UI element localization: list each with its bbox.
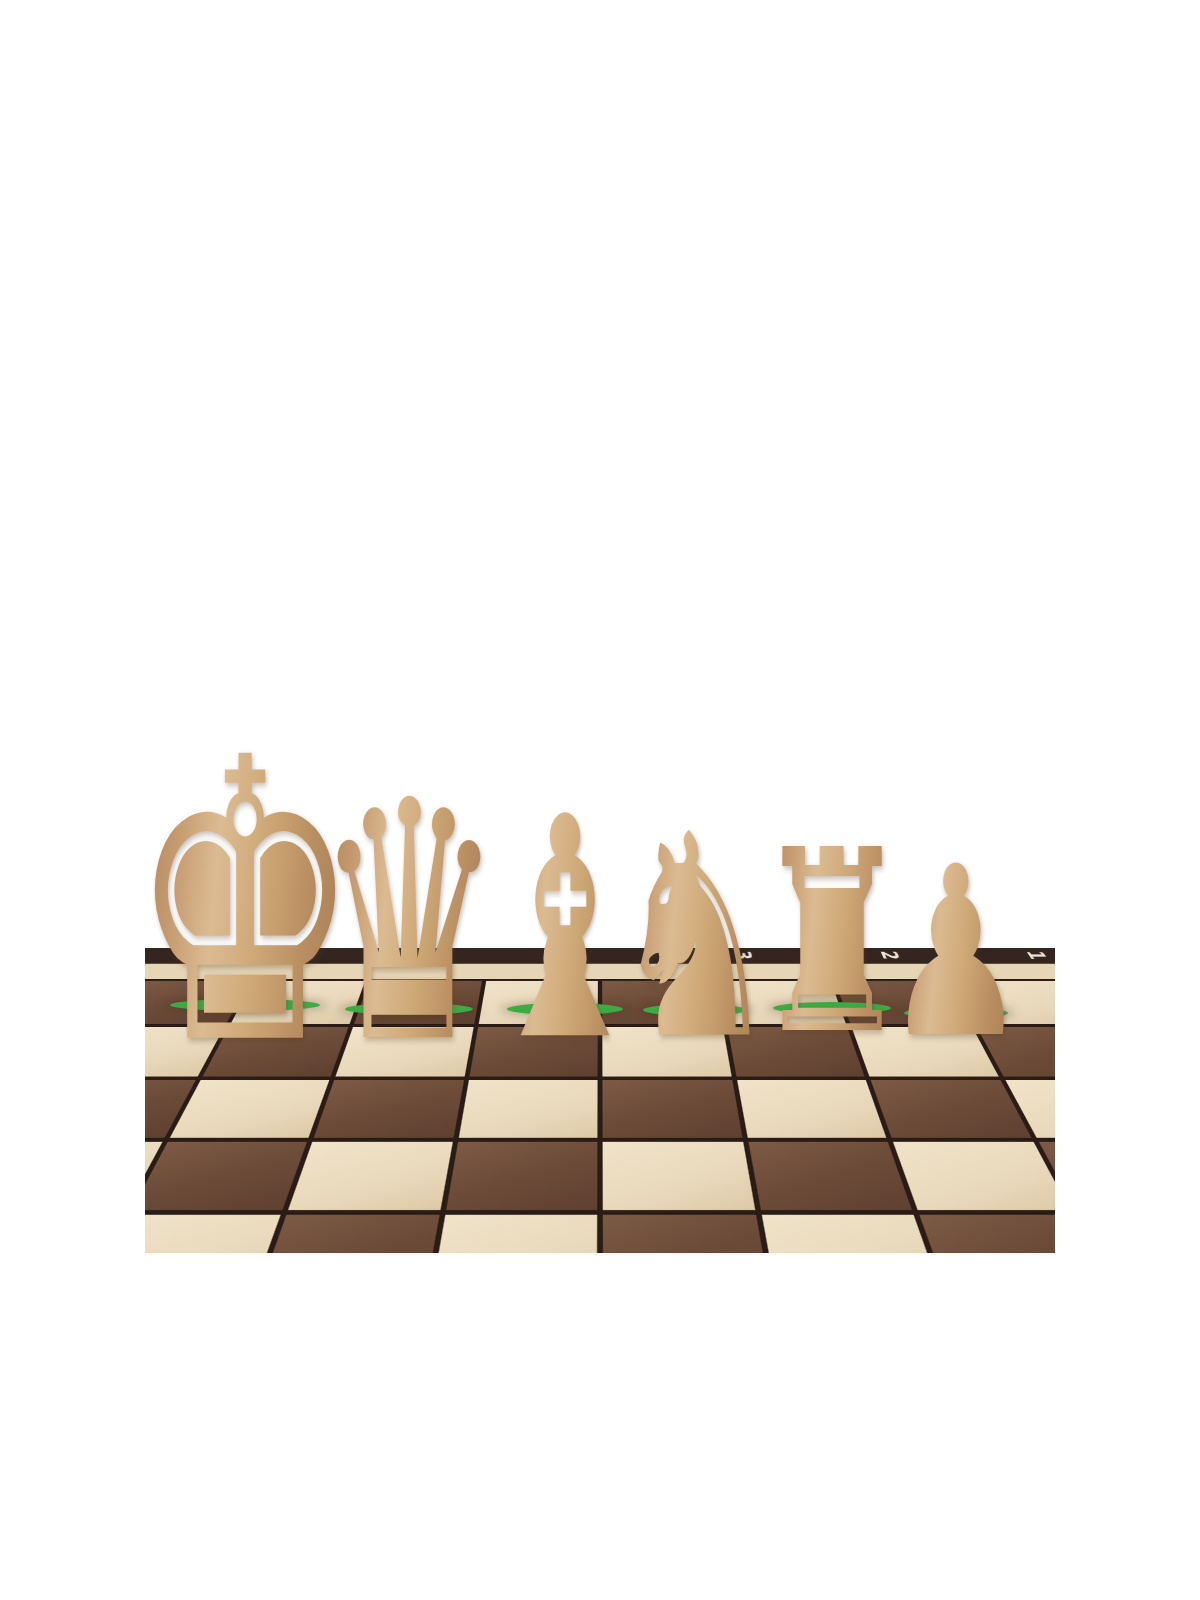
square (145, 1215, 281, 1253)
white-pawn-piece: ♟ (884, 835, 1027, 1070)
square (893, 1142, 1055, 1210)
square (603, 1215, 770, 1253)
square (603, 1142, 755, 1210)
square (748, 1142, 912, 1210)
square (288, 1142, 452, 1210)
white-queen-piece: ♛ (314, 758, 503, 1088)
square (445, 1142, 597, 1210)
square (761, 1215, 942, 1253)
square (919, 1215, 1055, 1253)
product-photo-canvas: 3 2 1 ♚ ♛ ♝ ♞ ♜ ♟ (0, 0, 1200, 1600)
square (257, 1215, 438, 1253)
square (430, 1215, 597, 1253)
square (145, 1142, 307, 1210)
